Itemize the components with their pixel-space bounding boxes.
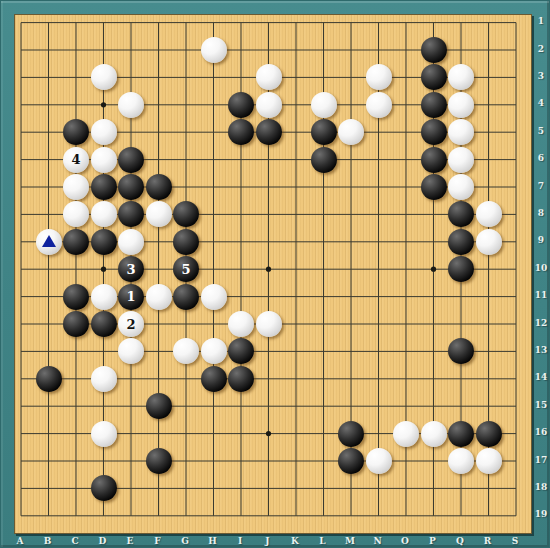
stone-F15 [146, 393, 172, 419]
go-board-frame: 43512 12345678910111213141516171819ABCDE… [0, 0, 550, 548]
row-label-8: 8 [531, 208, 550, 219]
stone-D14 [91, 366, 117, 392]
stone-M5 [338, 119, 364, 145]
col-label-S: S [506, 536, 524, 547]
stone-E12: 2 [118, 311, 144, 337]
stone-E10: 3 [118, 256, 144, 282]
stone-N4 [366, 92, 392, 118]
stone-C11 [63, 284, 89, 310]
row-label-19: 19 [531, 509, 550, 520]
stone-C5 [63, 119, 89, 145]
stone-B14 [36, 366, 62, 392]
stone-D6 [91, 147, 117, 173]
stone-Q16 [448, 421, 474, 447]
stone-D7 [91, 174, 117, 200]
stone-C7 [63, 174, 89, 200]
stone-Q10 [448, 256, 474, 282]
stone-Q4 [448, 92, 474, 118]
col-label-B: B [39, 536, 57, 547]
stone-E11: 1 [118, 284, 144, 310]
stone-D8 [91, 201, 117, 227]
stone-F17 [146, 448, 172, 474]
stone-N17 [366, 448, 392, 474]
stone-O16 [393, 421, 419, 447]
board-surface[interactable]: 43512 [14, 14, 532, 534]
row-label-15: 15 [531, 400, 550, 411]
stone-R17 [476, 448, 502, 474]
move-number-1: 1 [126, 290, 135, 303]
row-label-12: 12 [531, 318, 550, 329]
col-label-G: G [176, 536, 194, 547]
stone-P4 [421, 92, 447, 118]
stone-I14 [228, 366, 254, 392]
col-label-L: L [314, 536, 332, 547]
col-label-Q: Q [451, 536, 469, 547]
stone-G11 [173, 284, 199, 310]
stone-D18 [91, 475, 117, 501]
stone-C12 [63, 311, 89, 337]
stone-I4 [228, 92, 254, 118]
stone-L4 [311, 92, 337, 118]
stone-G9 [173, 229, 199, 255]
stone-J3 [256, 64, 282, 90]
row-label-1: 1 [531, 16, 550, 27]
stone-P2 [421, 37, 447, 63]
stone-Q7 [448, 174, 474, 200]
triangle-marker [42, 235, 56, 247]
stone-R16 [476, 421, 502, 447]
stone-D3 [91, 64, 117, 90]
col-label-J: J [259, 536, 277, 547]
move-number-4: 4 [71, 153, 80, 166]
stone-F7 [146, 174, 172, 200]
stone-I5 [228, 119, 254, 145]
stone-D16 [91, 421, 117, 447]
row-label-7: 7 [531, 181, 550, 192]
stone-E6 [118, 147, 144, 173]
stone-C6: 4 [63, 147, 89, 173]
stone-Q17 [448, 448, 474, 474]
stone-J4 [256, 92, 282, 118]
stone-C9 [63, 229, 89, 255]
row-label-4: 4 [531, 98, 550, 109]
col-label-M: M [341, 536, 359, 547]
stone-E9 [118, 229, 144, 255]
stone-P16 [421, 421, 447, 447]
stone-R8 [476, 201, 502, 227]
stone-Q5 [448, 119, 474, 145]
stone-E7 [118, 174, 144, 200]
col-label-E: E [121, 536, 139, 547]
stone-H2 [201, 37, 227, 63]
stone-P7 [421, 174, 447, 200]
stone-Q6 [448, 147, 474, 173]
col-label-A: A [11, 536, 29, 547]
stone-D12 [91, 311, 117, 337]
stone-I12 [228, 311, 254, 337]
row-label-13: 13 [531, 345, 550, 356]
col-label-K: K [286, 536, 304, 547]
stone-D9 [91, 229, 117, 255]
stone-D5 [91, 119, 117, 145]
col-label-N: N [369, 536, 387, 547]
row-label-9: 9 [531, 235, 550, 246]
row-label-11: 11 [531, 290, 550, 301]
stone-B9 [36, 229, 62, 255]
row-label-5: 5 [531, 126, 550, 137]
stone-E4 [118, 92, 144, 118]
stone-P5 [421, 119, 447, 145]
stone-J5 [256, 119, 282, 145]
stone-J12 [256, 311, 282, 337]
move-number-3: 3 [126, 263, 135, 276]
row-label-18: 18 [531, 482, 550, 493]
stone-D11 [91, 284, 117, 310]
row-label-14: 14 [531, 372, 550, 383]
stone-F8 [146, 201, 172, 227]
move-number-5: 5 [181, 263, 190, 276]
stone-H11 [201, 284, 227, 310]
stone-L5 [311, 119, 337, 145]
col-label-H: H [204, 536, 222, 547]
stone-R9 [476, 229, 502, 255]
col-label-D: D [94, 536, 112, 547]
stone-L6 [311, 147, 337, 173]
row-label-2: 2 [531, 44, 550, 55]
stone-M16 [338, 421, 364, 447]
col-label-O: O [396, 536, 414, 547]
stone-Q9 [448, 229, 474, 255]
col-label-C: C [66, 536, 84, 547]
row-label-3: 3 [531, 71, 550, 82]
col-label-R: R [479, 536, 497, 547]
stone-P3 [421, 64, 447, 90]
stone-H14 [201, 366, 227, 392]
stone-N3 [366, 64, 392, 90]
move-number-2: 2 [126, 318, 135, 331]
row-label-6: 6 [531, 153, 550, 164]
stone-G10: 5 [173, 256, 199, 282]
stone-P6 [421, 147, 447, 173]
col-label-P: P [424, 536, 442, 547]
stone-M17 [338, 448, 364, 474]
stone-H13 [201, 338, 227, 364]
stone-F11 [146, 284, 172, 310]
col-label-F: F [149, 536, 167, 547]
row-label-10: 10 [531, 263, 550, 274]
row-label-17: 17 [531, 455, 550, 466]
col-label-I: I [231, 536, 249, 547]
row-label-16: 16 [531, 427, 550, 438]
